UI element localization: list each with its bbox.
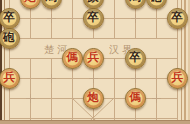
piece-black-soldier[interactable]: 卒: [83, 8, 104, 29]
piece-red-cannon[interactable]: 炮: [83, 88, 104, 109]
piece-black-soldier[interactable]: 卒: [0, 8, 20, 29]
xiangqi-board: 楚河 汉界 炮馬象馬砲卒卒卒砲傌兵卒兵兵炮傌: [0, 0, 190, 124]
piece-red-soldier[interactable]: 兵: [0, 68, 20, 89]
piece-black-horse[interactable]: 馬: [41, 0, 62, 9]
piece-black-cannon[interactable]: 砲: [0, 28, 20, 49]
piece-black-horse[interactable]: 馬: [125, 0, 146, 9]
piece-red-cannon[interactable]: 炮: [20, 0, 41, 9]
piece-black-soldier[interactable]: 卒: [125, 48, 146, 69]
piece-layer: 炮馬象馬砲卒卒卒砲傌兵卒兵兵炮傌: [0, 0, 188, 124]
piece-red-horse[interactable]: 傌: [62, 48, 83, 69]
piece-black-cannon[interactable]: 砲: [146, 0, 167, 9]
piece-red-horse[interactable]: 傌: [125, 88, 146, 109]
piece-red-soldier[interactable]: 兵: [83, 48, 104, 69]
piece-red-soldier[interactable]: 兵: [167, 68, 188, 89]
piece-black-soldier[interactable]: 卒: [167, 8, 188, 29]
